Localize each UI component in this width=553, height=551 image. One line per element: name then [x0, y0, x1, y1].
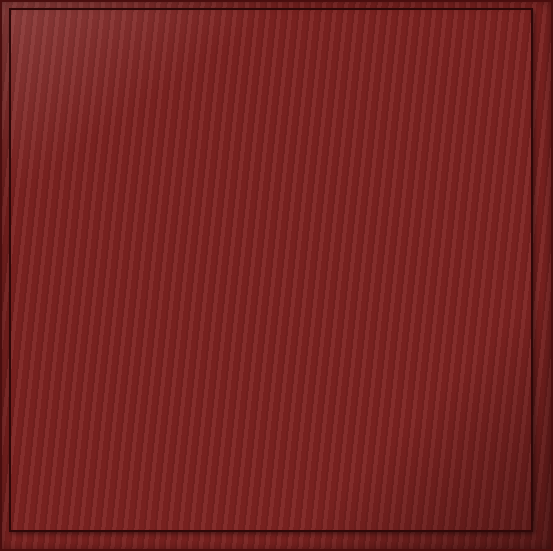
chess-board: [11, 10, 531, 530]
board-border: [9, 8, 533, 532]
board-frame: [0, 0, 553, 551]
